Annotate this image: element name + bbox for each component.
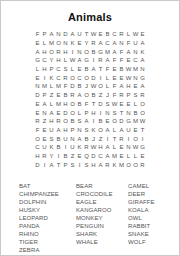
grid-cell: A — [118, 126, 125, 135]
word-item: DOLPHIN — [19, 198, 76, 206]
grid-cell: I — [90, 117, 97, 126]
grid-cell: E — [139, 152, 146, 161]
grid-cell: R — [118, 134, 125, 143]
grid-cell: P — [69, 126, 76, 135]
grid-cell: E — [34, 73, 41, 82]
grid-cell: S — [69, 160, 76, 169]
grid-cell: D — [90, 152, 97, 161]
grid-cell: S — [111, 108, 118, 117]
grid-cell: I — [41, 160, 48, 169]
grid-cell: R — [97, 56, 104, 65]
grid-cell: J — [104, 91, 111, 100]
grid-cell: E — [125, 56, 132, 65]
grid-cell: T — [139, 126, 146, 135]
grid-cell: W — [139, 117, 146, 126]
grid-cell: A — [125, 47, 132, 56]
grid-cell: I — [90, 56, 97, 65]
grid-cell: O — [83, 91, 90, 100]
grid-cell: W — [111, 100, 118, 109]
grid-cell: L — [104, 82, 111, 91]
grid-cell: M — [104, 47, 111, 56]
grid-cell: E — [41, 134, 48, 143]
grid-cell: R — [55, 117, 62, 126]
grid-cell: H — [41, 47, 48, 56]
grid-cell: C — [97, 152, 104, 161]
grid-cell: A — [76, 134, 83, 143]
grid-cell: N — [69, 134, 76, 143]
grid-cell: O — [111, 117, 118, 126]
grid-cell: O — [34, 134, 41, 143]
grid-cell: L — [76, 108, 83, 117]
grid-cell: T — [83, 30, 90, 39]
word-item: WOLF — [128, 238, 179, 246]
grid-cell: C — [34, 143, 41, 152]
grid-cell: L — [104, 73, 111, 82]
grid-cell: B — [55, 134, 62, 143]
grid-cell: G — [34, 56, 41, 65]
grid-cell: U — [48, 126, 55, 135]
grid-cell: A — [48, 30, 55, 39]
grid-cell: B — [90, 47, 97, 56]
grid-cell: I — [55, 152, 62, 161]
puzzle-title: Animals — [1, 11, 179, 23]
grid-cell: A — [41, 100, 48, 109]
grid-cell: R — [118, 30, 125, 39]
grid-cell: A — [34, 47, 41, 56]
grid-cell: J — [90, 134, 97, 143]
grid-cell: M — [55, 100, 62, 109]
grid-cell: E — [76, 152, 83, 161]
grid-cell: E — [118, 152, 125, 161]
grid-cell: E — [111, 73, 118, 82]
grid-cell: E — [118, 143, 125, 152]
grid-cell: E — [34, 39, 41, 48]
grid-cell: W — [132, 143, 139, 152]
grid-cell: O — [139, 108, 146, 117]
grid-cell: E — [132, 82, 139, 91]
grid-cell: R — [83, 143, 90, 152]
grid-cell: G — [83, 56, 90, 65]
grid-cell: L — [48, 100, 55, 109]
grid-cell: T — [118, 108, 125, 117]
grid-cell: U — [41, 143, 48, 152]
grid-cell: K — [76, 143, 83, 152]
grid-cell: H — [55, 56, 62, 65]
grid-cell: C — [104, 39, 111, 48]
grid-cell: F — [34, 30, 41, 39]
grid-cell: C — [41, 56, 48, 65]
grid-cell: I — [69, 47, 76, 56]
word-item: CHIMPANZEE — [19, 190, 76, 198]
word-item: HUSKY — [19, 206, 76, 214]
grid-cell: N — [132, 47, 139, 56]
word-item: RABBIT — [128, 222, 179, 230]
grid-cell: N — [118, 39, 125, 48]
grid-cell: A — [104, 126, 111, 135]
grid-cell: P — [83, 108, 90, 117]
grid-cell: M — [48, 39, 55, 48]
grid-cell: A — [104, 152, 111, 161]
word-item: CROCODILE — [76, 190, 128, 198]
grid-cell: E — [118, 73, 125, 82]
grid-cell: I — [125, 134, 132, 143]
grid-cell: I — [41, 73, 48, 82]
grid-cell: A — [83, 117, 90, 126]
grid-cell: E — [104, 117, 111, 126]
grid-cell: Z — [69, 152, 76, 161]
grid-cell: C — [111, 30, 118, 39]
grid-cell: N — [125, 143, 132, 152]
grid-cell: B — [62, 152, 69, 161]
grid-cell: K — [90, 126, 97, 135]
word-item: MONKEY — [76, 214, 128, 222]
grid-cell: E — [41, 126, 48, 135]
grid-cell: Z — [48, 91, 55, 100]
worksheet-page: Animals FPANDAUTWEBCRLWEELMONKEYRACANFUA… — [0, 0, 180, 256]
grid-cell: E — [97, 30, 104, 39]
word-item: PANDA — [19, 222, 76, 230]
grid-cell: K — [69, 39, 76, 48]
grid-cell: M — [55, 82, 62, 91]
grid-cell: N — [104, 108, 111, 117]
word-item: EAGLE — [76, 198, 128, 206]
grid-cell: G — [97, 47, 104, 56]
grid-cell: L — [41, 39, 48, 48]
grid-cell: D — [69, 82, 76, 91]
word-list: BATBEARCAMELCHIMPANZEECROCODILEDEERDOLPH… — [1, 182, 179, 254]
grid-cell: O — [132, 160, 139, 169]
grid-cell: L — [111, 143, 118, 152]
grid-cell: W — [125, 65, 132, 74]
grid-cell: B — [55, 143, 62, 152]
grid-cell: O — [69, 100, 76, 109]
grid-cell: I — [139, 134, 146, 143]
grid-cell: E — [139, 30, 146, 39]
grid-cell: F — [111, 56, 118, 65]
grid-cell: H — [41, 65, 48, 74]
grid-cell: S — [76, 117, 83, 126]
grid-cell: N — [139, 65, 146, 74]
grid-cell: P — [125, 91, 132, 100]
grid-cell: D — [62, 30, 69, 39]
word-item: GIRAFFE — [128, 198, 179, 206]
grid-cell: F — [83, 100, 90, 109]
grid-cell: L — [125, 30, 132, 39]
grid-cell: O — [48, 47, 55, 56]
grid-cell: E — [55, 108, 62, 117]
grid-cell: R — [90, 39, 97, 48]
word-item: KOALA — [128, 206, 179, 214]
grid-cell: L — [132, 100, 139, 109]
grid-cell: B — [76, 100, 83, 109]
grid-cell: F — [118, 47, 125, 56]
grid-cell: J — [83, 82, 90, 91]
grid-cell: I — [62, 143, 69, 152]
grid-cell: E — [111, 65, 118, 74]
grid-cell: E — [125, 100, 132, 109]
grid-cell: A — [139, 56, 146, 65]
grid-cell: B — [76, 82, 83, 91]
grid-cell: D — [118, 117, 125, 126]
grid-cell: S — [83, 126, 90, 135]
word-item: BEAR — [76, 182, 128, 190]
grid-cell: P — [62, 160, 69, 169]
grid-cell: C — [76, 73, 83, 82]
grid-cell: Y — [48, 152, 55, 161]
grid-cell: D — [90, 73, 97, 82]
grid-cell: A — [97, 160, 104, 169]
grid-cell: A — [111, 39, 118, 48]
grid-cell: W — [125, 73, 132, 82]
grid-cell: K — [139, 47, 146, 56]
grid-cell: H — [62, 47, 69, 56]
grid-cell: Y — [83, 39, 90, 48]
grid-cell: G — [139, 143, 146, 152]
grid-cell: F — [111, 82, 118, 91]
grid-cell: O — [83, 73, 90, 82]
word-item: SHARK — [76, 230, 128, 238]
grid-cell: M — [118, 160, 125, 169]
grid-cell: E — [34, 100, 41, 109]
grid-cell: F — [104, 65, 111, 74]
letter-grid: FPANDAUTWEBCRLWEELMONKEYRACANFUAAHORHINO… — [34, 30, 146, 169]
grid-cell: U — [76, 30, 83, 39]
grid-cell: N — [34, 82, 41, 91]
grid-cell: A — [104, 143, 111, 152]
grid-cell: B — [90, 91, 97, 100]
grid-cell: A — [76, 56, 83, 65]
grid-cell: W — [90, 82, 97, 91]
grid-cell: R — [55, 47, 62, 56]
grid-cell: H — [125, 82, 132, 91]
grid-cell: F — [118, 56, 125, 65]
grid-cell: M — [41, 82, 48, 91]
grid-cell: P — [41, 30, 48, 39]
grid-cell: E — [76, 65, 83, 74]
word-item: PENGUIN — [76, 222, 128, 230]
grid-cell: E — [55, 91, 62, 100]
word-item: DEER — [128, 190, 179, 198]
grid-cell: W — [132, 30, 139, 39]
grid-cell: S — [62, 65, 69, 74]
grid-cell: A — [118, 82, 125, 91]
grid-cell: L — [125, 152, 132, 161]
grid-cell: R — [34, 117, 41, 126]
grid-cell: Z — [41, 117, 48, 126]
grid-cell: A — [139, 82, 146, 91]
grid-cell: E — [34, 108, 41, 117]
grid-cell: R — [41, 152, 48, 161]
grid-cell: I — [76, 160, 83, 169]
grid-cell: Z — [97, 91, 104, 100]
grid-cell: N — [76, 126, 83, 135]
grid-cell: A — [139, 39, 146, 48]
grid-cell: L — [111, 126, 118, 135]
word-item: CAMEL — [128, 182, 179, 190]
grid-cell: A — [104, 56, 111, 65]
grid-cell: M — [111, 152, 118, 161]
grid-cell: O — [139, 100, 146, 109]
word-item: OWL — [128, 214, 179, 222]
grid-cell: N — [55, 30, 62, 39]
grid-cell: B — [104, 30, 111, 39]
grid-cell: O — [62, 117, 69, 126]
grid-cell: T — [55, 160, 62, 169]
grid-cell: I — [97, 73, 104, 82]
grid-cell: S — [104, 100, 111, 109]
grid-cell: P — [48, 65, 55, 74]
grid-cell: O — [69, 73, 76, 82]
grid-cell: N — [62, 39, 69, 48]
grid-cell: R — [118, 91, 125, 100]
word-item: RHINO — [19, 230, 76, 238]
grid-cell: U — [125, 126, 132, 135]
grid-cell: O — [97, 126, 104, 135]
grid-cell: A — [69, 30, 76, 39]
grid-cell: C — [55, 73, 62, 82]
grid-cell: P — [41, 91, 48, 100]
word-item: TIGER — [19, 238, 76, 246]
grid-cell: I — [97, 108, 104, 117]
grid-cell: E — [132, 126, 139, 135]
grid-cell: G — [139, 73, 146, 82]
grid-cell: W — [90, 143, 97, 152]
grid-cell: C — [55, 65, 62, 74]
grid-cell: N — [125, 108, 132, 117]
grid-cell: B — [69, 117, 76, 126]
grid-cell: C — [132, 56, 139, 65]
grid-cell: B — [118, 65, 125, 74]
word-item: SNAKE — [128, 230, 179, 238]
grid-cell: H — [97, 143, 104, 152]
grid-cell: D — [34, 160, 41, 169]
grid-cell: H — [62, 100, 69, 109]
grid-cell: O — [69, 108, 76, 117]
grid-cell: R — [139, 160, 146, 169]
grid-cell: Y — [48, 56, 55, 65]
word-item: BAT — [19, 182, 76, 190]
grid-cell: U — [69, 143, 76, 152]
grid-cell: F — [111, 91, 118, 100]
grid-cell: D — [62, 108, 69, 117]
grid-cell: A — [90, 65, 97, 74]
grid-cell: A — [76, 91, 83, 100]
grid-cell: N — [76, 47, 83, 56]
grid-cell: Z — [97, 134, 104, 143]
grid-cell: D — [97, 100, 104, 109]
grid-cell: K — [48, 73, 55, 82]
grid-cell: L — [62, 56, 69, 65]
grid-cell: R — [104, 160, 111, 169]
grid-cell: N — [132, 73, 139, 82]
grid-cell: H — [48, 117, 55, 126]
grid-cell: F — [34, 126, 41, 135]
grid-cell: H — [62, 126, 69, 135]
grid-cell: E — [76, 39, 83, 48]
grid-cell: H — [90, 108, 97, 117]
grid-cell: L — [34, 65, 41, 74]
grid-cell: O — [55, 39, 62, 48]
grid-cell: A — [97, 39, 104, 48]
grid-cell: H — [90, 160, 97, 169]
grid-cell: E — [118, 100, 125, 109]
grid-cell: U — [132, 39, 139, 48]
grid-cell: L — [69, 65, 76, 74]
grid-cell: R — [69, 91, 76, 100]
grid-cell: A — [55, 126, 62, 135]
grid-cell: U — [62, 134, 69, 143]
grid-cell: O — [83, 47, 90, 56]
grid-cell: N — [41, 108, 48, 117]
grid-cell: M — [132, 65, 139, 74]
grid-cell: A — [48, 160, 55, 169]
grid-cell: B — [97, 117, 104, 126]
grid-cell: G — [125, 117, 132, 126]
grid-cell: L — [48, 82, 55, 91]
grid-cell: W — [69, 56, 76, 65]
word-item: ZEBRA — [19, 246, 76, 254]
grid-cell: A — [111, 47, 118, 56]
grid-cell: I — [104, 134, 111, 143]
grid-cell: T — [97, 65, 104, 74]
grid-cell: B — [83, 134, 90, 143]
grid-cell: L — [132, 152, 139, 161]
grid-cell: S — [83, 160, 90, 169]
grid-cell: O — [132, 134, 139, 143]
grid-cell: F — [125, 39, 132, 48]
grid-cell: S — [132, 91, 139, 100]
grid-cell: O — [125, 160, 132, 169]
word-item: WHALE — [76, 238, 128, 246]
grid-cell: H — [34, 152, 41, 161]
grid-cell: R — [62, 73, 69, 82]
grid-cell: W — [90, 30, 97, 39]
grid-cell: B — [132, 108, 139, 117]
grid-cell: F — [62, 82, 69, 91]
grid-cell: B — [62, 91, 69, 100]
grid-cell: O — [97, 82, 104, 91]
grid-cell: B — [83, 65, 90, 74]
grid-cell: K — [111, 160, 118, 169]
grid-cell: M — [132, 117, 139, 126]
grid-cell: T — [111, 134, 118, 143]
grid-cell: A — [48, 108, 55, 117]
grid-cell: T — [90, 100, 97, 109]
word-item: KANGAROO — [76, 206, 128, 214]
grid-cell: R — [139, 91, 146, 100]
grid-cell: K — [48, 143, 55, 152]
grid-cell: Q — [83, 152, 90, 161]
grid-cell: S — [48, 134, 55, 143]
grid-cell: D — [34, 91, 41, 100]
word-item: LEOPARD — [19, 214, 76, 222]
